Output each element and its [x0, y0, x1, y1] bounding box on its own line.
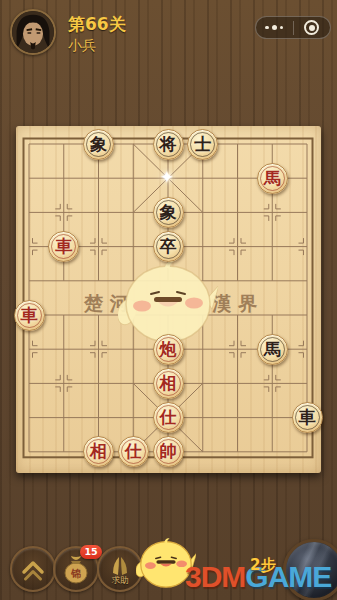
piece-glyph: 卒 — [160, 238, 177, 255]
piece-glyph: 象 — [160, 204, 177, 221]
level-title: 第66关 — [68, 13, 126, 36]
piece-glyph: 帥 — [160, 443, 177, 460]
help-button[interactable]: 求助 — [97, 546, 143, 592]
miniprogram-capsule — [255, 16, 331, 39]
expand-button[interactable] — [10, 546, 56, 592]
level-subtitle: 小兵 — [68, 37, 96, 55]
piece-glyph: 車 — [21, 307, 38, 324]
piece-red-f7r1[interactable]: 馬 — [257, 163, 288, 194]
steps-label: 2步 — [250, 556, 275, 575]
piece-glyph: 車 — [299, 409, 316, 426]
app-screen: 第66关 小兵 楚河 漢界 ✦ 象将士馬象車卒車炮馬相仕車相仕帥 — [0, 0, 337, 600]
more-menu-button[interactable] — [256, 17, 293, 38]
piece-red-f4r8[interactable]: 仕 — [153, 402, 184, 433]
piece-glyph: 仕 — [160, 409, 177, 426]
svg-text:锦: 锦 — [70, 568, 81, 579]
player-avatar — [10, 9, 56, 55]
piece-glyph: 炮 — [160, 341, 177, 358]
piece-black-f8r8[interactable]: 車 — [292, 402, 323, 433]
piece-red-f4r9[interactable]: 帥 — [153, 436, 184, 467]
piece-red-f4r6[interactable]: 炮 — [153, 334, 184, 365]
piece-black-f7r6[interactable]: 馬 — [257, 334, 288, 365]
piece-glyph: 将 — [160, 136, 177, 153]
piece-red-f3r9[interactable]: 仕 — [118, 436, 149, 467]
piece-glyph: 相 — [160, 375, 177, 392]
avatar-portrait-icon — [12, 11, 54, 53]
chevron-up-icon — [12, 548, 54, 590]
piece-red-f4r7[interactable]: 相 — [153, 368, 184, 399]
piece-glyph: 馬 — [264, 341, 281, 358]
piece-black-f4r3[interactable]: 卒 — [153, 231, 184, 262]
piece-black-f4r2[interactable]: 象 — [153, 197, 184, 228]
piece-red-f2r9[interactable]: 相 — [83, 436, 114, 467]
xiangqi-board[interactable]: 楚河 漢界 ✦ 象将士馬象車卒車炮馬相仕車相仕帥 — [16, 126, 321, 473]
piece-black-f4r0[interactable]: 将 — [153, 129, 184, 160]
piece-glyph: 馬 — [264, 170, 281, 187]
piece-red-f0r5[interactable]: 車 — [14, 300, 45, 331]
piece-glyph: 相 — [90, 443, 107, 460]
piece-red-f1r3[interactable]: 車 — [48, 231, 79, 262]
piece-glyph: 士 — [194, 136, 211, 153]
piece-glyph: 車 — [55, 238, 72, 255]
piece-glyph: 仕 — [125, 443, 142, 460]
help-label: 求助 — [99, 575, 141, 587]
piece-black-f5r0[interactable]: 士 — [187, 129, 218, 160]
pieces-layer: 象将士馬象車卒車炮馬相仕車相仕帥 — [16, 126, 321, 473]
tip-bag-button[interactable]: 锦 15 — [53, 546, 99, 592]
close-button[interactable] — [294, 17, 331, 38]
watermark-3dm: 3DM — [185, 560, 245, 593]
piece-black-f2r0[interactable]: 象 — [83, 129, 114, 160]
piece-glyph: 象 — [90, 136, 107, 153]
target-circle-icon — [304, 20, 319, 35]
